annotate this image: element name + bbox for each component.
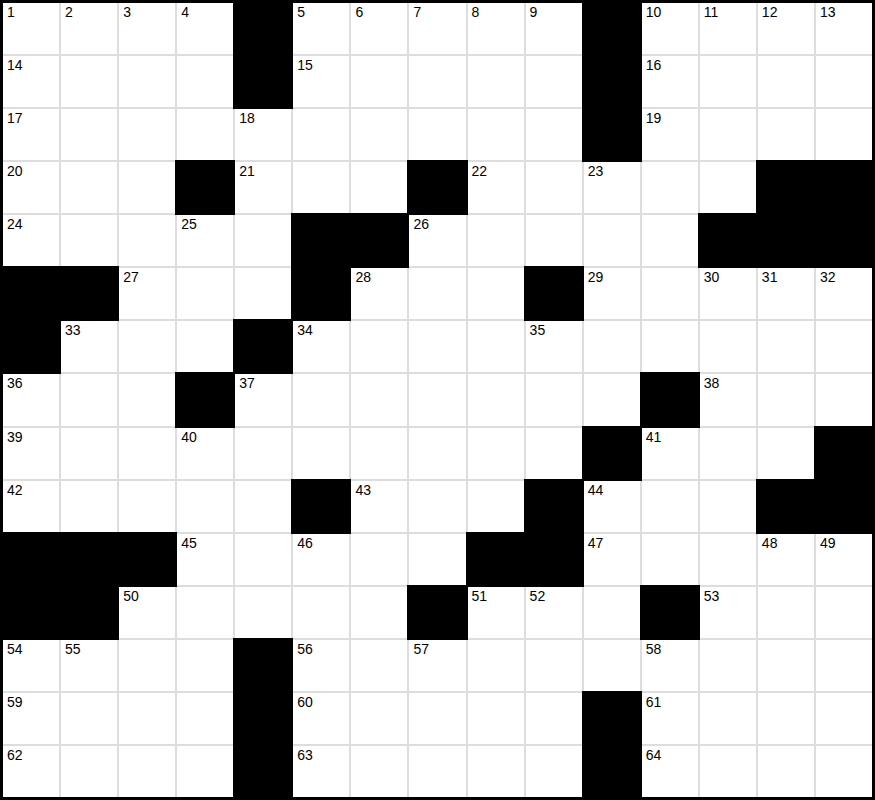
- crossword-cell[interactable]: 57: [409, 640, 465, 691]
- crossword-cell[interactable]: 60: [293, 693, 349, 744]
- crossword-cell[interactable]: 42: [3, 481, 59, 532]
- clue-number: 1: [7, 4, 15, 21]
- crossword-cell[interactable]: [177, 109, 233, 160]
- black-cell: [235, 640, 291, 691]
- clue-number: 25: [181, 216, 197, 233]
- clue-number: 62: [7, 747, 23, 764]
- black-cell: [177, 374, 233, 425]
- clue-number: 12: [762, 4, 778, 21]
- crossword-cell[interactable]: [119, 481, 175, 532]
- crossword-cell[interactable]: [468, 215, 524, 266]
- crossword-cell[interactable]: [351, 746, 407, 797]
- crossword-cell[interactable]: [119, 162, 175, 213]
- black-cell: [235, 56, 291, 107]
- crossword-cell[interactable]: [468, 481, 524, 532]
- clue-number: 61: [646, 694, 662, 711]
- clue-number: 27: [123, 269, 139, 286]
- clue-number: 42: [7, 482, 23, 499]
- crossword-cell[interactable]: [293, 428, 349, 479]
- clue-number: 31: [762, 269, 778, 286]
- clue-number: 49: [820, 535, 836, 552]
- clue-number: 55: [65, 641, 81, 658]
- crossword-cell[interactable]: [584, 215, 640, 266]
- crossword-cell[interactable]: 4: [177, 3, 233, 54]
- crossword-cell[interactable]: 10: [642, 3, 698, 54]
- crossword-cell[interactable]: [816, 109, 872, 160]
- crossword-cell[interactable]: [119, 215, 175, 266]
- crossword-cell[interactable]: [409, 693, 465, 744]
- black-cell: [526, 481, 582, 532]
- crossword-cell[interactable]: [293, 374, 349, 425]
- crossword-cell[interactable]: [642, 481, 698, 532]
- crossword-cell[interactable]: [758, 693, 814, 744]
- crossword-cell[interactable]: 6: [351, 3, 407, 54]
- crossword-cell[interactable]: [119, 109, 175, 160]
- crossword-cell[interactable]: 40: [177, 428, 233, 479]
- clue-number: 2: [65, 4, 73, 21]
- crossword-cell[interactable]: [119, 693, 175, 744]
- clue-number: 29: [588, 269, 604, 286]
- crossword-cell[interactable]: [235, 534, 291, 585]
- crossword-cell[interactable]: [351, 587, 407, 638]
- clue-number: 48: [762, 535, 778, 552]
- clue-number: 6: [355, 4, 363, 21]
- black-cell: [235, 693, 291, 744]
- crossword-cell[interactable]: 35: [526, 321, 582, 372]
- crossword-cell[interactable]: [700, 321, 756, 372]
- crossword-cell[interactable]: [235, 428, 291, 479]
- crossword-cell[interactable]: [293, 109, 349, 160]
- crossword-cell[interactable]: [409, 321, 465, 372]
- crossword-cell[interactable]: 62: [3, 746, 59, 797]
- black-cell: [816, 481, 872, 532]
- clue-number: 46: [297, 535, 313, 552]
- crossword-cell[interactable]: [758, 374, 814, 425]
- clue-number: 17: [7, 110, 23, 127]
- crossword-cell[interactable]: [177, 56, 233, 107]
- crossword-cell[interactable]: [293, 587, 349, 638]
- crossword-cell[interactable]: [816, 587, 872, 638]
- black-cell: [526, 268, 582, 319]
- clue-number: 52: [530, 588, 546, 605]
- black-cell: [351, 215, 407, 266]
- black-cell: [293, 268, 349, 319]
- black-cell: [293, 481, 349, 532]
- crossword-cell[interactable]: 47: [584, 534, 640, 585]
- crossword-cell[interactable]: 59: [3, 693, 59, 744]
- crossword-cell[interactable]: [177, 481, 233, 532]
- black-cell: [468, 534, 524, 585]
- crossword-cell[interactable]: [177, 746, 233, 797]
- clue-number: 9: [530, 4, 538, 21]
- crossword-cell[interactable]: 53: [700, 587, 756, 638]
- crossword-cell[interactable]: [409, 746, 465, 797]
- crossword-cell[interactable]: 64: [642, 746, 698, 797]
- crossword-cell[interactable]: 8: [468, 3, 524, 54]
- crossword-cell[interactable]: [468, 374, 524, 425]
- crossword-cell[interactable]: 1: [3, 3, 59, 54]
- crossword-cell[interactable]: [468, 56, 524, 107]
- crossword-cell[interactable]: 12: [758, 3, 814, 54]
- clue-number: 30: [704, 269, 720, 286]
- crossword-cell[interactable]: [61, 215, 117, 266]
- crossword-cell[interactable]: 19: [642, 109, 698, 160]
- black-cell: [409, 587, 465, 638]
- crossword-cell[interactable]: [700, 481, 756, 532]
- crossword-cell[interactable]: 46: [293, 534, 349, 585]
- crossword-cell[interactable]: [351, 56, 407, 107]
- clue-number: 20: [7, 163, 23, 180]
- crossword-cell[interactable]: [758, 56, 814, 107]
- crossword-cell[interactable]: 17: [3, 109, 59, 160]
- crossword-cell[interactable]: 3: [119, 3, 175, 54]
- clue-number: 37: [239, 375, 255, 392]
- clue-number: 45: [181, 535, 197, 552]
- crossword-cell[interactable]: [119, 321, 175, 372]
- black-cell: [235, 321, 291, 372]
- crossword-cell[interactable]: [351, 162, 407, 213]
- black-cell: [758, 162, 814, 213]
- black-cell: [758, 215, 814, 266]
- crossword-cell[interactable]: 54: [3, 640, 59, 691]
- black-cell: [61, 534, 117, 585]
- crossword-cell[interactable]: [816, 693, 872, 744]
- crossword-cell[interactable]: [526, 428, 582, 479]
- black-cell: [642, 374, 698, 425]
- black-cell: [235, 3, 291, 54]
- crossword-cell[interactable]: 24: [3, 215, 59, 266]
- crossword-cell[interactable]: 11: [700, 3, 756, 54]
- crossword-cell[interactable]: 20: [3, 162, 59, 213]
- clue-number: 3: [123, 4, 131, 21]
- crossword-cell[interactable]: 36: [3, 374, 59, 425]
- crossword-cell[interactable]: [758, 587, 814, 638]
- clue-number: 7: [413, 4, 421, 21]
- crossword-cell[interactable]: [468, 693, 524, 744]
- clue-number: 36: [7, 375, 23, 392]
- black-cell: [584, 109, 640, 160]
- clue-number: 51: [472, 588, 488, 605]
- crossword-cell[interactable]: [526, 640, 582, 691]
- crossword-cell[interactable]: [351, 374, 407, 425]
- crossword-cell[interactable]: 21: [235, 162, 291, 213]
- clue-number: 24: [7, 216, 23, 233]
- crossword-cell[interactable]: [468, 640, 524, 691]
- crossword-cell[interactable]: 13: [816, 3, 872, 54]
- crossword-cell[interactable]: [119, 746, 175, 797]
- crossword-cell[interactable]: [409, 374, 465, 425]
- crossword-cell[interactable]: [758, 640, 814, 691]
- crossword-cell[interactable]: [177, 321, 233, 372]
- clue-number: 14: [7, 57, 23, 74]
- crossword-cell[interactable]: 34: [293, 321, 349, 372]
- black-cell: [61, 268, 117, 319]
- crossword-cell[interactable]: [468, 746, 524, 797]
- clue-number: 23: [588, 163, 604, 180]
- black-cell: [816, 428, 872, 479]
- crossword-cell[interactable]: [61, 374, 117, 425]
- crossword-cell[interactable]: [61, 746, 117, 797]
- crossword-cell[interactable]: [61, 428, 117, 479]
- black-cell: [61, 587, 117, 638]
- crossword-cell[interactable]: 18: [235, 109, 291, 160]
- crossword-cell[interactable]: 7: [409, 3, 465, 54]
- crossword-cell[interactable]: 55: [61, 640, 117, 691]
- crossword-cell[interactable]: [119, 374, 175, 425]
- crossword-cell[interactable]: [642, 162, 698, 213]
- crossword-cell[interactable]: 33: [61, 321, 117, 372]
- crossword-cell[interactable]: [468, 109, 524, 160]
- crossword-cell[interactable]: [700, 109, 756, 160]
- crossword-cell[interactable]: [235, 481, 291, 532]
- crossword-cell[interactable]: [584, 374, 640, 425]
- crossword-cell[interactable]: 31: [758, 268, 814, 319]
- crossword-cell[interactable]: 43: [351, 481, 407, 532]
- crossword-cell[interactable]: [468, 428, 524, 479]
- crossword-cell[interactable]: 26: [409, 215, 465, 266]
- crossword-cell[interactable]: [351, 428, 407, 479]
- crossword-cell[interactable]: [177, 640, 233, 691]
- black-cell: [642, 587, 698, 638]
- black-cell: [3, 587, 59, 638]
- clue-number: 39: [7, 429, 23, 446]
- clue-number: 59: [7, 694, 23, 711]
- clue-number: 43: [355, 482, 371, 499]
- crossword-cell[interactable]: [351, 693, 407, 744]
- crossword-cell[interactable]: [700, 534, 756, 585]
- crossword-cell[interactable]: [235, 587, 291, 638]
- clue-number: 63: [297, 747, 313, 764]
- crossword-cell[interactable]: [816, 746, 872, 797]
- crossword-cell[interactable]: [700, 56, 756, 107]
- black-cell: [235, 746, 291, 797]
- clue-number: 26: [413, 216, 429, 233]
- crossword-cell[interactable]: [758, 109, 814, 160]
- crossword-cell[interactable]: [526, 374, 582, 425]
- black-cell: [584, 428, 640, 479]
- clue-number: 21: [239, 163, 255, 180]
- crossword-cell[interactable]: [61, 481, 117, 532]
- crossword-cell[interactable]: [293, 162, 349, 213]
- black-cell: [177, 162, 233, 213]
- clue-number: 15: [297, 57, 313, 74]
- crossword-cell[interactable]: [61, 109, 117, 160]
- crossword-cell[interactable]: [235, 268, 291, 319]
- crossword-cell[interactable]: 51: [468, 587, 524, 638]
- crossword-cell[interactable]: [409, 428, 465, 479]
- crossword-cell[interactable]: [351, 534, 407, 585]
- clue-number: 44: [588, 482, 604, 499]
- clue-number: 57: [413, 641, 429, 658]
- crossword-cell[interactable]: 61: [642, 693, 698, 744]
- crossword-cell[interactable]: [758, 321, 814, 372]
- crossword-cell[interactable]: [700, 428, 756, 479]
- black-cell: [584, 56, 640, 107]
- crossword-cell[interactable]: [119, 640, 175, 691]
- crossword-board: 1234567891011121314151617181920212223242…: [0, 0, 875, 800]
- crossword-cell[interactable]: 41: [642, 428, 698, 479]
- black-cell: [409, 162, 465, 213]
- clue-number: 16: [646, 57, 662, 74]
- crossword-cell[interactable]: 28: [351, 268, 407, 319]
- clue-number: 35: [530, 322, 546, 339]
- crossword-cell[interactable]: [700, 640, 756, 691]
- crossword-cell[interactable]: 37: [235, 374, 291, 425]
- crossword-cell[interactable]: [468, 321, 524, 372]
- clue-number: 41: [646, 429, 662, 446]
- black-cell: [293, 215, 349, 266]
- crossword-cell[interactable]: [584, 321, 640, 372]
- black-cell: [119, 534, 175, 585]
- crossword-cell[interactable]: 27: [119, 268, 175, 319]
- crossword-cell[interactable]: 14: [3, 56, 59, 107]
- crossword-cell[interactable]: 16: [642, 56, 698, 107]
- crossword-cell[interactable]: [816, 374, 872, 425]
- crossword-cell[interactable]: [177, 693, 233, 744]
- crossword-cell[interactable]: [642, 268, 698, 319]
- crossword-cell[interactable]: [700, 162, 756, 213]
- clue-number: 10: [646, 4, 662, 21]
- black-cell: [584, 693, 640, 744]
- black-cell: [3, 268, 59, 319]
- crossword-cell[interactable]: [119, 428, 175, 479]
- crossword-cell[interactable]: [61, 56, 117, 107]
- clue-number: 34: [297, 322, 313, 339]
- crossword-cell[interactable]: 48: [758, 534, 814, 585]
- crossword-cell[interactable]: [61, 693, 117, 744]
- clue-number: 50: [123, 588, 139, 605]
- black-cell: [3, 534, 59, 585]
- crossword-cell[interactable]: [584, 640, 640, 691]
- crossword-cell[interactable]: 50: [119, 587, 175, 638]
- crossword-cell[interactable]: [526, 746, 582, 797]
- black-cell: [700, 215, 756, 266]
- clue-number: 22: [472, 163, 488, 180]
- clue-number: 11: [704, 4, 719, 21]
- crossword-cell[interactable]: 25: [177, 215, 233, 266]
- crossword-cell[interactable]: [526, 162, 582, 213]
- clue-number: 53: [704, 588, 720, 605]
- black-cell: [3, 321, 59, 372]
- crossword-cell[interactable]: [700, 693, 756, 744]
- crossword-cell[interactable]: [61, 162, 117, 213]
- crossword-cell[interactable]: 52: [526, 587, 582, 638]
- clue-number: 13: [820, 4, 836, 21]
- clue-number: 18: [239, 110, 255, 127]
- crossword-cell[interactable]: [119, 56, 175, 107]
- crossword-cell[interactable]: 49: [816, 534, 872, 585]
- crossword-cell[interactable]: [526, 109, 582, 160]
- black-cell: [584, 746, 640, 797]
- clue-number: 19: [646, 110, 662, 127]
- clue-number: 4: [181, 4, 189, 21]
- crossword-cell[interactable]: [758, 428, 814, 479]
- crossword-cell[interactable]: [642, 215, 698, 266]
- crossword-cell[interactable]: [526, 693, 582, 744]
- clue-number: 40: [181, 429, 197, 446]
- crossword-cell[interactable]: [526, 56, 582, 107]
- crossword-cell[interactable]: 5: [293, 3, 349, 54]
- crossword-cell[interactable]: [816, 640, 872, 691]
- crossword-cell[interactable]: 32: [816, 268, 872, 319]
- clue-number: 5: [297, 4, 305, 21]
- clue-number: 33: [65, 322, 81, 339]
- clue-number: 38: [704, 375, 720, 392]
- crossword-cell[interactable]: 45: [177, 534, 233, 585]
- crossword-cell[interactable]: [409, 481, 465, 532]
- crossword-cell[interactable]: 29: [584, 268, 640, 319]
- crossword-cell[interactable]: 56: [293, 640, 349, 691]
- crossword-cell[interactable]: 39: [3, 428, 59, 479]
- crossword-cell[interactable]: [351, 109, 407, 160]
- clue-number: 64: [646, 747, 662, 764]
- crossword-cell[interactable]: [351, 321, 407, 372]
- crossword-cell[interactable]: [409, 56, 465, 107]
- crossword-cell[interactable]: [409, 534, 465, 585]
- crossword-cell[interactable]: 58: [642, 640, 698, 691]
- crossword-cell[interactable]: 63: [293, 746, 349, 797]
- crossword-cell[interactable]: [409, 268, 465, 319]
- black-cell: [526, 534, 582, 585]
- clue-number: 56: [297, 641, 313, 658]
- crossword-cell[interactable]: [235, 215, 291, 266]
- crossword-cell[interactable]: [642, 534, 698, 585]
- crossword-cell[interactable]: [177, 587, 233, 638]
- crossword-cell[interactable]: 22: [468, 162, 524, 213]
- crossword-cell[interactable]: [758, 746, 814, 797]
- crossword-cell[interactable]: 15: [293, 56, 349, 107]
- crossword-cell[interactable]: [642, 321, 698, 372]
- crossword-cell[interactable]: [816, 321, 872, 372]
- crossword-cell[interactable]: [468, 268, 524, 319]
- black-cell: [816, 215, 872, 266]
- clue-number: 54: [7, 641, 23, 658]
- crossword-cell[interactable]: 44: [584, 481, 640, 532]
- crossword-cell[interactable]: [526, 215, 582, 266]
- clue-number: 58: [646, 641, 662, 658]
- crossword-cell[interactable]: 38: [700, 374, 756, 425]
- black-cell: [758, 481, 814, 532]
- crossword-cell[interactable]: 9: [526, 3, 582, 54]
- clue-number: 8: [472, 4, 480, 21]
- crossword-cell[interactable]: 23: [584, 162, 640, 213]
- clue-number: 47: [588, 535, 604, 552]
- crossword-cell[interactable]: 30: [700, 268, 756, 319]
- black-cell: [816, 162, 872, 213]
- clue-number: 28: [355, 269, 371, 286]
- crossword-cell[interactable]: [177, 268, 233, 319]
- black-cell: [584, 3, 640, 54]
- crossword-cell[interactable]: [584, 587, 640, 638]
- crossword-cell[interactable]: [816, 56, 872, 107]
- clue-number: 32: [820, 269, 836, 286]
- crossword-cell[interactable]: [351, 640, 407, 691]
- crossword-cell[interactable]: [409, 109, 465, 160]
- crossword-cell[interactable]: 2: [61, 3, 117, 54]
- clue-number: 60: [297, 694, 313, 711]
- crossword-cell[interactable]: [700, 746, 756, 797]
